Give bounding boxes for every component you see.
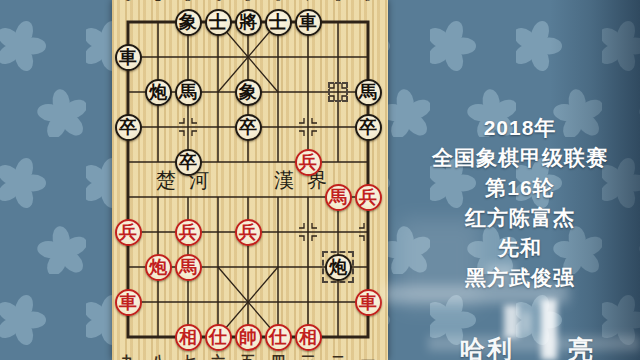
file-label-bottom: 三: [298, 353, 318, 360]
watermark-left: 哈利: [460, 333, 514, 360]
red-piece-車[interactable]: 車: [355, 289, 382, 316]
last-move-from-marker: [328, 82, 348, 102]
file-label-bottom: 八: [148, 353, 168, 360]
black-piece-炮[interactable]: 炮: [325, 254, 352, 281]
event-caption: 2018年 全国象棋甲级联赛 第16轮 红方陈富杰 先和 黑方武俊强: [408, 113, 632, 293]
red-piece-相[interactable]: 相: [175, 324, 202, 351]
caption-year: 2018年: [408, 113, 632, 143]
red-piece-炮[interactable]: 炮: [145, 254, 172, 281]
black-piece-卒[interactable]: 卒: [175, 149, 202, 176]
black-piece-卒[interactable]: 卒: [235, 114, 262, 141]
red-piece-相[interactable]: 相: [295, 324, 322, 351]
channel-watermark: 哈利 亮: [440, 331, 640, 360]
file-label-top: 9: [358, 0, 378, 4]
file-label-top: 5: [238, 0, 258, 4]
watermark-right: 亮: [568, 333, 593, 360]
black-piece-象[interactable]: 象: [235, 79, 262, 106]
black-piece-卒[interactable]: 卒: [355, 114, 382, 141]
red-piece-兵[interactable]: 兵: [295, 149, 322, 176]
board-grid: [112, 0, 388, 360]
black-piece-車[interactable]: 車: [295, 9, 322, 36]
black-piece-馬[interactable]: 馬: [355, 79, 382, 106]
red-piece-兵[interactable]: 兵: [175, 219, 202, 246]
file-label-bottom: 四: [268, 353, 288, 360]
red-piece-兵[interactable]: 兵: [235, 219, 262, 246]
black-piece-象[interactable]: 象: [175, 9, 202, 36]
file-label-top: 8: [328, 0, 348, 4]
black-piece-炮[interactable]: 炮: [145, 79, 172, 106]
file-label-top: 4: [208, 0, 228, 4]
file-label-bottom: 二: [328, 353, 348, 360]
red-piece-兵[interactable]: 兵: [355, 184, 382, 211]
file-label-bottom: 九: [118, 353, 138, 360]
file-label-top: 1: [118, 0, 138, 4]
red-piece-兵[interactable]: 兵: [115, 219, 142, 246]
caption-red-player: 红方陈富杰: [408, 203, 632, 233]
red-piece-帥[interactable]: 帥: [235, 324, 262, 351]
screenshot-stage: 楚河 漢界 123456789九八七六五四三二一 象士將士車車炮馬象馬卒卒卒卒兵…: [0, 0, 640, 360]
file-label-bottom: 七: [178, 353, 198, 360]
red-piece-馬[interactable]: 馬: [175, 254, 202, 281]
file-label-bottom: 五: [238, 353, 258, 360]
xiangqi-board[interactable]: 楚河 漢界 123456789九八七六五四三二一 象士將士車車炮馬象馬卒卒卒卒兵…: [112, 0, 388, 360]
file-label-top: 6: [268, 0, 288, 4]
red-piece-車[interactable]: 車: [115, 289, 142, 316]
black-piece-士[interactable]: 士: [205, 9, 232, 36]
red-piece-仕[interactable]: 仕: [265, 324, 292, 351]
red-piece-仕[interactable]: 仕: [205, 324, 232, 351]
caption-round: 第16轮: [408, 173, 632, 203]
file-label-top: 2: [148, 0, 168, 4]
red-piece-馬[interactable]: 馬: [325, 184, 352, 211]
caption-black-player: 黑方武俊强: [408, 263, 632, 293]
file-label-bottom: 六: [208, 353, 228, 360]
file-label-top: 3: [178, 0, 198, 4]
black-piece-卒[interactable]: 卒: [115, 114, 142, 141]
file-label-top: 7: [298, 0, 318, 4]
caption-result: 先和: [408, 233, 632, 263]
black-piece-馬[interactable]: 馬: [175, 79, 202, 106]
file-label-bottom: 一: [358, 353, 378, 360]
black-piece-車[interactable]: 車: [115, 44, 142, 71]
black-piece-士[interactable]: 士: [265, 9, 292, 36]
caption-league: 全国象棋甲级联赛: [408, 143, 632, 173]
black-piece-將[interactable]: 將: [235, 9, 262, 36]
